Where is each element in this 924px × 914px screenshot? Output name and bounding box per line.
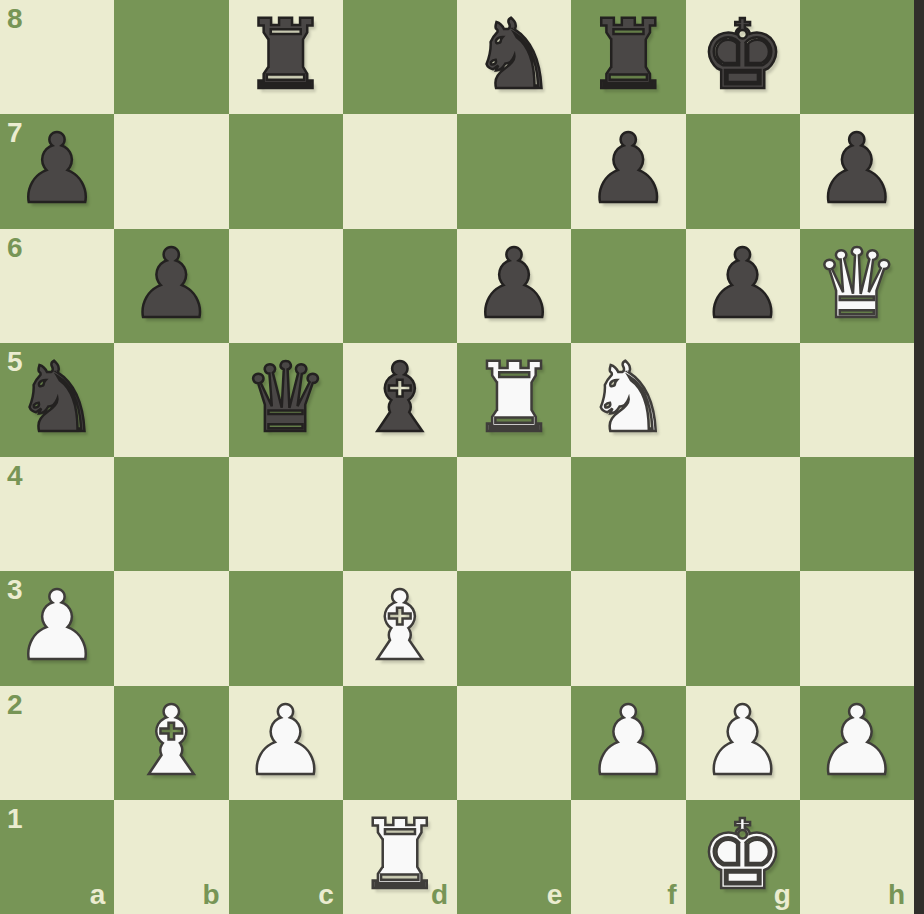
white-pawn-piece[interactable]: ♟ bbox=[814, 684, 900, 798]
square-a4[interactable]: 4 bbox=[0, 457, 114, 571]
square-e6[interactable]: ♟ bbox=[457, 229, 571, 343]
square-f7[interactable]: ♟ bbox=[571, 114, 685, 228]
square-g5[interactable] bbox=[686, 343, 800, 457]
white-bishop-piece[interactable]: ♝ bbox=[357, 569, 443, 683]
white-bishop-piece[interactable]: ♝ bbox=[128, 684, 214, 798]
square-g7[interactable] bbox=[686, 114, 800, 228]
black-pawn-piece[interactable]: ♟ bbox=[471, 227, 557, 341]
square-b2[interactable]: ♝ bbox=[114, 686, 228, 800]
rank-label-6: 6 bbox=[7, 234, 23, 262]
square-e1[interactable]: e bbox=[457, 800, 571, 914]
file-label-e: e bbox=[547, 881, 563, 909]
white-pawn-piece[interactable]: ♟ bbox=[14, 569, 100, 683]
square-g4[interactable] bbox=[686, 457, 800, 571]
square-d7[interactable] bbox=[343, 114, 457, 228]
rank-label-2: 2 bbox=[7, 691, 23, 719]
square-a2[interactable]: 2 bbox=[0, 686, 114, 800]
square-b7[interactable] bbox=[114, 114, 228, 228]
black-pawn-piece[interactable]: ♟ bbox=[700, 227, 786, 341]
rank-label-8: 8 bbox=[7, 5, 23, 33]
square-g3[interactable] bbox=[686, 571, 800, 685]
square-g8[interactable]: ♚ bbox=[686, 0, 800, 114]
square-f5[interactable]: ♞ bbox=[571, 343, 685, 457]
square-d4[interactable] bbox=[343, 457, 457, 571]
square-e4[interactable] bbox=[457, 457, 571, 571]
black-pawn-piece[interactable]: ♟ bbox=[14, 112, 100, 226]
square-a1[interactable]: 1a bbox=[0, 800, 114, 914]
square-c4[interactable] bbox=[229, 457, 343, 571]
square-h1[interactable]: h bbox=[800, 800, 914, 914]
square-f4[interactable] bbox=[571, 457, 685, 571]
square-e8[interactable]: ♞ bbox=[457, 0, 571, 114]
black-knight-piece[interactable]: ♞ bbox=[471, 0, 557, 112]
square-d6[interactable] bbox=[343, 229, 457, 343]
square-b4[interactable] bbox=[114, 457, 228, 571]
square-e7[interactable] bbox=[457, 114, 571, 228]
black-queen-piece[interactable]: ♛ bbox=[243, 341, 329, 455]
square-c1[interactable]: c bbox=[229, 800, 343, 914]
white-pawn-piece[interactable]: ♟ bbox=[585, 684, 671, 798]
rank-label-4: 4 bbox=[7, 462, 23, 490]
square-d3[interactable]: ♝ bbox=[343, 571, 457, 685]
square-c2[interactable]: ♟ bbox=[229, 686, 343, 800]
square-e3[interactable] bbox=[457, 571, 571, 685]
square-b6[interactable]: ♟ bbox=[114, 229, 228, 343]
file-label-h: h bbox=[888, 881, 905, 909]
white-knight-piece[interactable]: ♞ bbox=[585, 341, 671, 455]
file-label-a: a bbox=[90, 881, 106, 909]
square-f8[interactable]: ♜ bbox=[571, 0, 685, 114]
square-a3[interactable]: 3♟ bbox=[0, 571, 114, 685]
square-e5[interactable]: ♜ bbox=[457, 343, 571, 457]
square-b1[interactable]: b bbox=[114, 800, 228, 914]
square-c8[interactable]: ♜ bbox=[229, 0, 343, 114]
square-g2[interactable]: ♟ bbox=[686, 686, 800, 800]
square-h3[interactable] bbox=[800, 571, 914, 685]
rank-label-1: 1 bbox=[7, 805, 23, 833]
square-a8[interactable]: 8 bbox=[0, 0, 114, 114]
white-pawn-piece[interactable]: ♟ bbox=[243, 684, 329, 798]
square-d5[interactable]: ♝ bbox=[343, 343, 457, 457]
black-king-piece[interactable]: ♚ bbox=[700, 0, 786, 112]
square-a7[interactable]: 7♟ bbox=[0, 114, 114, 228]
square-h6[interactable]: ♛ bbox=[800, 229, 914, 343]
square-d1[interactable]: d♜ bbox=[343, 800, 457, 914]
white-rook-piece[interactable]: ♜ bbox=[357, 798, 443, 912]
square-d8[interactable] bbox=[343, 0, 457, 114]
square-c7[interactable] bbox=[229, 114, 343, 228]
square-c3[interactable] bbox=[229, 571, 343, 685]
black-rook-piece[interactable]: ♜ bbox=[585, 0, 671, 112]
black-bishop-piece[interactable]: ♝ bbox=[357, 341, 443, 455]
app-background-strip bbox=[914, 0, 924, 914]
square-c5[interactable]: ♛ bbox=[229, 343, 343, 457]
square-b5[interactable] bbox=[114, 343, 228, 457]
square-h7[interactable]: ♟ bbox=[800, 114, 914, 228]
chess-board: 8♜♞♜♚7♟♟♟6♟♟♟♛5♞♛♝♜♞43♟♝2♝♟♟♟♟1abcd♜efg♚… bbox=[0, 0, 914, 914]
file-label-b: b bbox=[202, 881, 219, 909]
black-pawn-piece[interactable]: ♟ bbox=[128, 227, 214, 341]
white-king-piece[interactable]: ♚ bbox=[700, 798, 786, 912]
square-c6[interactable] bbox=[229, 229, 343, 343]
square-g6[interactable]: ♟ bbox=[686, 229, 800, 343]
square-f3[interactable] bbox=[571, 571, 685, 685]
square-b8[interactable] bbox=[114, 0, 228, 114]
square-f2[interactable]: ♟ bbox=[571, 686, 685, 800]
square-h8[interactable] bbox=[800, 0, 914, 114]
black-knight-piece[interactable]: ♞ bbox=[14, 341, 100, 455]
square-h5[interactable] bbox=[800, 343, 914, 457]
square-f1[interactable]: f bbox=[571, 800, 685, 914]
file-label-f: f bbox=[667, 881, 676, 909]
square-f6[interactable] bbox=[571, 229, 685, 343]
black-pawn-piece[interactable]: ♟ bbox=[585, 112, 671, 226]
square-h4[interactable] bbox=[800, 457, 914, 571]
square-h2[interactable]: ♟ bbox=[800, 686, 914, 800]
square-e2[interactable] bbox=[457, 686, 571, 800]
square-g1[interactable]: g♚ bbox=[686, 800, 800, 914]
white-pawn-piece[interactable]: ♟ bbox=[700, 684, 786, 798]
white-rook-piece[interactable]: ♜ bbox=[471, 341, 557, 455]
square-a6[interactable]: 6 bbox=[0, 229, 114, 343]
black-rook-piece[interactable]: ♜ bbox=[243, 0, 329, 112]
white-queen-piece[interactable]: ♛ bbox=[814, 227, 900, 341]
square-d2[interactable] bbox=[343, 686, 457, 800]
black-pawn-piece[interactable]: ♟ bbox=[814, 112, 900, 226]
file-label-c: c bbox=[318, 881, 334, 909]
square-a5[interactable]: 5♞ bbox=[0, 343, 114, 457]
square-b3[interactable] bbox=[114, 571, 228, 685]
